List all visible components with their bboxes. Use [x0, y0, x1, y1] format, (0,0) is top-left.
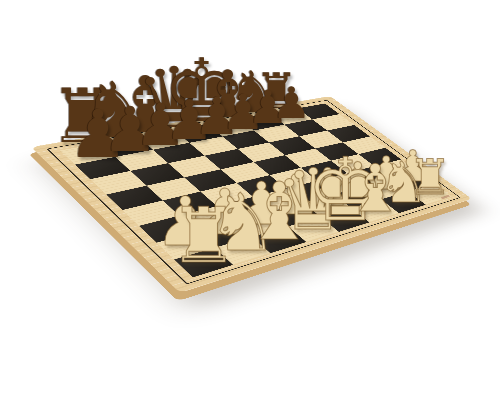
light-rook-h1[interactable]: ♜ — [408, 153, 451, 201]
pieces-layer: ♜♞♝♛♚♝♞♜♟♟♟♟♟♟♟♟♟♟♟♟♟♟♟♟♜♞♝♛♚♝♞♜ — [0, 0, 500, 407]
product-photo-scene: ♜♞♝♛♚♝♞♜♟♟♟♟♟♟♟♟♟♟♟♟♟♟♟♟♜♞♝♛♚♝♞♜ — [0, 0, 500, 407]
dark-pawn-h7[interactable]: ♟ — [272, 83, 311, 127]
